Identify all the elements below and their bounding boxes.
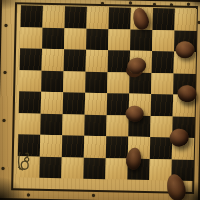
screw-dot-icon <box>4 23 7 26</box>
square-b4[interactable] <box>41 92 63 114</box>
checkers-board-photo <box>0 0 200 200</box>
square-b8[interactable] <box>43 6 65 28</box>
square-b7[interactable] <box>42 27 64 49</box>
square-d7[interactable] <box>86 28 108 50</box>
square-c7[interactable] <box>64 28 86 50</box>
square-e2[interactable] <box>106 136 128 158</box>
square-g8[interactable] <box>152 8 174 30</box>
square-g5[interactable] <box>151 73 173 95</box>
square-a7[interactable] <box>20 27 42 49</box>
square-d6[interactable] <box>86 50 108 72</box>
square-e7[interactable] <box>108 29 130 51</box>
square-d3[interactable] <box>84 114 106 136</box>
square-e8[interactable] <box>108 7 130 29</box>
square-c1[interactable] <box>61 157 83 179</box>
square-b6[interactable] <box>42 49 64 71</box>
square-c3[interactable] <box>62 114 84 136</box>
square-c2[interactable] <box>62 135 84 157</box>
screw-dot-icon <box>129 1 132 4</box>
board-assembly <box>0 0 200 200</box>
square-d8[interactable] <box>87 7 109 29</box>
screw-dot-icon <box>91 193 94 196</box>
square-e5[interactable] <box>107 72 129 94</box>
square-a8[interactable] <box>21 5 43 27</box>
square-f5[interactable] <box>129 72 151 94</box>
square-c5[interactable] <box>63 71 85 93</box>
square-e3[interactable] <box>106 115 128 137</box>
square-a5[interactable] <box>19 70 41 92</box>
square-d4[interactable] <box>85 93 107 115</box>
board-squares-grid <box>17 5 197 181</box>
square-b2[interactable] <box>40 135 62 157</box>
square-c4[interactable] <box>63 92 85 114</box>
square-e6[interactable] <box>108 50 130 72</box>
square-d1[interactable] <box>83 157 105 179</box>
square-a3[interactable] <box>18 113 40 135</box>
square-b5[interactable] <box>41 70 63 92</box>
square-f7[interactable] <box>130 29 152 51</box>
screw-dot-icon <box>187 2 190 5</box>
square-b1[interactable] <box>39 156 61 178</box>
square-h8[interactable] <box>174 9 196 31</box>
square-g2[interactable] <box>150 137 172 159</box>
screw-dot-icon <box>169 3 172 6</box>
square-d2[interactable] <box>84 136 106 158</box>
screw-dot-icon <box>101 1 104 4</box>
square-b3[interactable] <box>40 113 62 135</box>
square-c6[interactable] <box>64 49 86 71</box>
square-a6[interactable] <box>20 48 42 70</box>
screw-dot-icon <box>26 193 29 196</box>
screw-dot-icon <box>1 166 4 169</box>
ink-doodle-icon <box>15 149 31 173</box>
board-frame-inner <box>11 2 198 194</box>
square-g7[interactable] <box>152 30 174 52</box>
square-a4[interactable] <box>19 91 41 113</box>
square-g6[interactable] <box>152 51 174 73</box>
screw-dot-icon <box>152 3 155 6</box>
screw-dot-icon <box>2 118 5 121</box>
screw-dot-icon <box>3 70 6 73</box>
square-e1[interactable] <box>105 158 127 180</box>
square-g4[interactable] <box>151 94 173 116</box>
square-c8[interactable] <box>65 6 87 28</box>
square-d5[interactable] <box>85 71 107 93</box>
screw-dot-icon <box>197 21 200 24</box>
